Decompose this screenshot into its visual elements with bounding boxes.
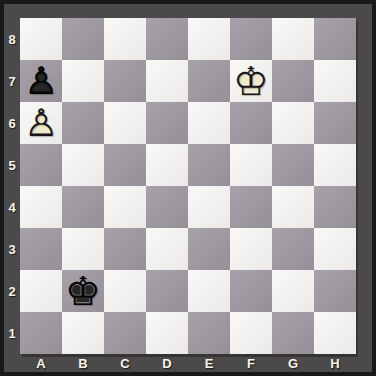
square-b5[interactable] [62,144,104,186]
file-label-h: H [314,354,356,372]
rank-label-3: 3 [4,228,20,270]
square-h4[interactable] [314,186,356,228]
square-f6[interactable] [230,102,272,144]
square-h1[interactable] [314,312,356,354]
square-d8[interactable] [146,18,188,60]
white-pawn-glyph-fill: ♟ [20,102,62,144]
square-d6[interactable] [146,102,188,144]
black-pawn-glyph-fill: ♟ [20,60,62,102]
square-a4[interactable] [20,186,62,228]
square-a8[interactable] [20,18,62,60]
white-king[interactable]: ♚♔ [230,60,272,102]
rank-label-5: 5 [4,144,20,186]
square-g5[interactable] [272,144,314,186]
square-b4[interactable] [62,186,104,228]
black-pawn[interactable]: ♟♙ [20,60,62,102]
square-a7[interactable]: ♟♙ [20,60,62,102]
rank-label-7: 7 [4,60,20,102]
square-g3[interactable] [272,228,314,270]
square-a3[interactable] [20,228,62,270]
square-g6[interactable] [272,102,314,144]
square-b8[interactable] [62,18,104,60]
black-pawn-glyph-outline: ♙ [20,60,62,102]
rank-label-6: 6 [4,102,20,144]
square-b1[interactable] [62,312,104,354]
square-f3[interactable] [230,228,272,270]
square-f2[interactable] [230,270,272,312]
board: ♟♙♚♔♟♙♚♔ [20,18,356,354]
file-label-a: A [20,354,62,372]
file-label-c: C [104,354,146,372]
square-d7[interactable] [146,60,188,102]
square-c1[interactable] [104,312,146,354]
square-a2[interactable] [20,270,62,312]
black-king-glyph-outline: ♔ [62,270,104,312]
square-f7[interactable]: ♚♔ [230,60,272,102]
square-e8[interactable] [188,18,230,60]
square-c6[interactable] [104,102,146,144]
square-d3[interactable] [146,228,188,270]
square-g1[interactable] [272,312,314,354]
file-label-g: G [272,354,314,372]
square-b6[interactable] [62,102,104,144]
square-f1[interactable] [230,312,272,354]
square-a6[interactable]: ♟♙ [20,102,62,144]
square-c3[interactable] [104,228,146,270]
square-d5[interactable] [146,144,188,186]
square-h7[interactable] [314,60,356,102]
square-f5[interactable] [230,144,272,186]
black-king-glyph-fill: ♚ [62,270,104,312]
square-g4[interactable] [272,186,314,228]
square-c2[interactable] [104,270,146,312]
square-g8[interactable] [272,18,314,60]
file-label-d: D [146,354,188,372]
square-b2[interactable]: ♚♔ [62,270,104,312]
square-d1[interactable] [146,312,188,354]
square-f8[interactable] [230,18,272,60]
square-e1[interactable] [188,312,230,354]
square-h6[interactable] [314,102,356,144]
square-e6[interactable] [188,102,230,144]
square-b3[interactable] [62,228,104,270]
square-e2[interactable] [188,270,230,312]
white-pawn[interactable]: ♟♙ [20,102,62,144]
square-h8[interactable] [314,18,356,60]
file-labels: ABCDEFGH [20,354,356,372]
square-a1[interactable] [20,312,62,354]
rank-label-4: 4 [4,186,20,228]
square-c4[interactable] [104,186,146,228]
white-king-glyph-outline: ♔ [230,60,272,102]
black-king[interactable]: ♚♔ [62,270,104,312]
square-g7[interactable] [272,60,314,102]
rank-label-1: 1 [4,312,20,354]
square-h2[interactable] [314,270,356,312]
square-f4[interactable] [230,186,272,228]
square-c7[interactable] [104,60,146,102]
square-c5[interactable] [104,144,146,186]
square-g2[interactable] [272,270,314,312]
file-label-e: E [188,354,230,372]
file-label-b: B [62,354,104,372]
chess-diagram: 87654321 ♟♙♚♔♟♙♚♔ ABCDEFGH [0,0,376,376]
square-d2[interactable] [146,270,188,312]
square-h5[interactable] [314,144,356,186]
file-label-f: F [230,354,272,372]
square-a5[interactable] [20,144,62,186]
white-pawn-glyph-outline: ♙ [20,102,62,144]
white-king-glyph-fill: ♚ [230,60,272,102]
square-e7[interactable] [188,60,230,102]
square-h3[interactable] [314,228,356,270]
square-e4[interactable] [188,186,230,228]
square-e5[interactable] [188,144,230,186]
square-e3[interactable] [188,228,230,270]
square-b7[interactable] [62,60,104,102]
rank-labels: 87654321 [4,18,20,354]
rank-label-2: 2 [4,270,20,312]
square-d4[interactable] [146,186,188,228]
rank-label-8: 8 [4,18,20,60]
square-c8[interactable] [104,18,146,60]
